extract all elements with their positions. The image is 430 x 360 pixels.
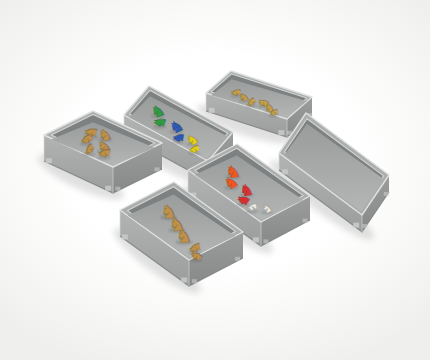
finger-joint-notch [303, 219, 308, 223]
finger-joint-notch [181, 278, 187, 283]
photo-stage: ♞♞♞♞♞♞♞♞♞♞♞♞♞♞♞♞♞♞♞♞♞♞♞♞♞♞♞♞♞ [0, 0, 430, 360]
finger-joint-notch [253, 237, 259, 242]
finger-joint-notch [263, 239, 268, 243]
finger-joint-notch [278, 130, 284, 135]
meeple-yellow: ♞ [186, 143, 202, 156]
finger-joint-notch [209, 108, 215, 113]
finger-joint-notch [105, 186, 111, 191]
finger-joint-notch [122, 235, 128, 240]
finger-joint-notch [155, 167, 160, 171]
scene-svg: ♞♞♞♞♞♞♞♞♞♞♞♞♞♞♞♞♞♞♞♞♞♞♞♞♞♞♞♞♞ [0, 0, 430, 360]
meeple-gold: ♞ [267, 107, 281, 118]
meeple-white: ♞ [243, 200, 260, 214]
finger-joint-notch [235, 257, 240, 261]
finger-joint-notch [282, 169, 288, 174]
finger-joint-notch [115, 187, 120, 191]
finger-joint-notch [384, 192, 389, 196]
finger-joint-notch [192, 279, 197, 283]
finger-joint-notch [353, 223, 359, 228]
finger-joint-notch [46, 158, 52, 163]
finger-joint-notch [362, 224, 367, 228]
